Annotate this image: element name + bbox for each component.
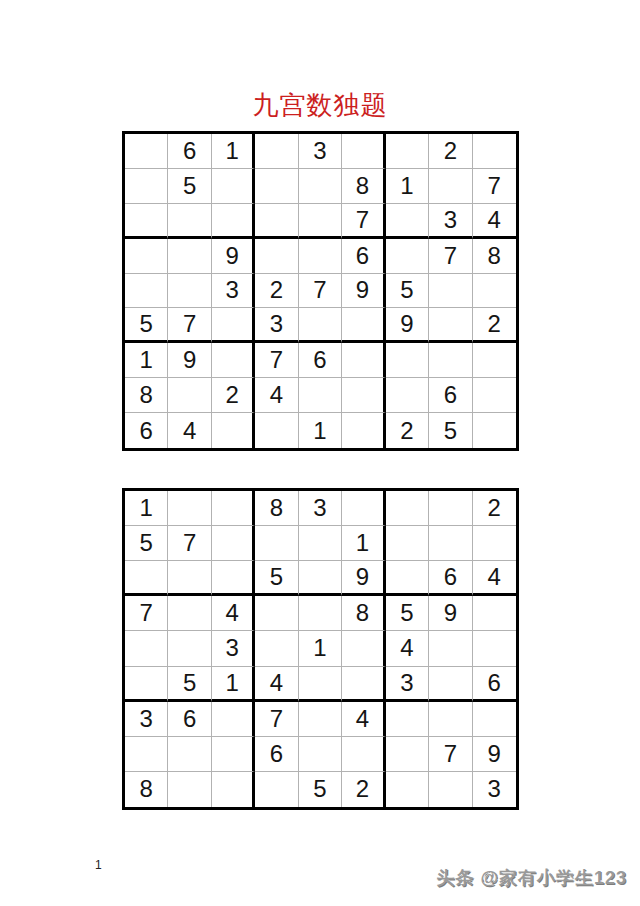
g2-cell-r1c1[interactable]: 1 — [125, 491, 168, 526]
g2-cell-r4c6[interactable]: 8 — [342, 596, 385, 631]
watermark: 头条 @家有小学生123 — [436, 866, 627, 890]
g2-cell-r7c2[interactable]: 6 — [168, 702, 211, 737]
g2-cell-r4c3[interactable]: 4 — [212, 596, 255, 631]
g2-cell-r4c8[interactable]: 9 — [429, 596, 472, 631]
g1-cell-r8c8[interactable]: 6 — [429, 378, 472, 413]
g2-cell-r8c9[interactable]: 9 — [473, 737, 516, 772]
g1-cell-r4c5[interactable] — [299, 239, 342, 274]
g2-cell-r5c9[interactable] — [473, 631, 516, 666]
g2-cell-r5c8[interactable] — [429, 631, 472, 666]
g1-cell-r4c9[interactable]: 8 — [473, 239, 516, 274]
g2-cell-r2c9[interactable] — [473, 526, 516, 561]
g2-cell-r2c7[interactable] — [386, 526, 429, 561]
g2-cell-r5c2[interactable] — [168, 631, 211, 666]
g1-cell-r9c5[interactable]: 1 — [299, 413, 342, 448]
g1-cell-r1c3[interactable]: 1 — [212, 134, 255, 169]
g2-cell-r8c2[interactable] — [168, 737, 211, 772]
g2-cell-r3c6[interactable]: 9 — [342, 561, 385, 596]
g2-cell-r1c8[interactable] — [429, 491, 472, 526]
g2-cell-r7c8[interactable] — [429, 702, 472, 737]
g1-cell-r5c5[interactable]: 7 — [299, 274, 342, 309]
g1-cell-r4c7[interactable] — [386, 239, 429, 274]
g2-cell-r1c7[interactable] — [386, 491, 429, 526]
g1-cell-r9c8[interactable]: 5 — [429, 413, 472, 448]
g1-cell-r3c7[interactable] — [386, 204, 429, 239]
g1-cell-r8c1[interactable]: 8 — [125, 378, 168, 413]
sudoku-grid-2: 18325715964748593145143636746798523 — [122, 488, 519, 810]
g2-cell-r1c3[interactable] — [212, 491, 255, 526]
g1-cell-r2c1[interactable] — [125, 169, 168, 204]
g2-cell-r3c5[interactable] — [299, 561, 342, 596]
g2-cell-r4c2[interactable] — [168, 596, 211, 631]
g2-cell-r6c7[interactable]: 3 — [386, 667, 429, 702]
g2-cell-r9c9[interactable]: 3 — [473, 772, 516, 807]
g2-cell-r2c3[interactable] — [212, 526, 255, 561]
g1-cell-r8c9[interactable] — [473, 378, 516, 413]
g1-cell-r8c3[interactable]: 2 — [212, 378, 255, 413]
g1-cell-r5c7[interactable]: 5 — [386, 274, 429, 309]
g1-cell-r9c3[interactable] — [212, 413, 255, 448]
g2-cell-r9c7[interactable] — [386, 772, 429, 807]
g2-cell-r8c1[interactable] — [125, 737, 168, 772]
g2-cell-r2c6[interactable]: 1 — [342, 526, 385, 561]
g1-cell-r8c2[interactable] — [168, 378, 211, 413]
g2-cell-r4c4[interactable] — [255, 596, 298, 631]
g2-cell-r5c4[interactable] — [255, 631, 298, 666]
g2-cell-r3c3[interactable] — [212, 561, 255, 596]
g2-cell-r7c9[interactable] — [473, 702, 516, 737]
g1-cell-r9c6[interactable] — [342, 413, 385, 448]
g2-cell-r6c2[interactable]: 5 — [168, 667, 211, 702]
g1-cell-r5c9[interactable] — [473, 274, 516, 309]
g2-cell-r5c1[interactable] — [125, 631, 168, 666]
g1-cell-r5c3[interactable]: 3 — [212, 274, 255, 309]
g1-cell-r2c2[interactable]: 5 — [168, 169, 211, 204]
g1-cell-r1c4[interactable] — [255, 134, 298, 169]
g1-cell-r7c6[interactable] — [342, 343, 385, 378]
g1-cell-r1c2[interactable]: 6 — [168, 134, 211, 169]
g1-cell-r9c9[interactable] — [473, 413, 516, 448]
g1-cell-r2c8[interactable] — [429, 169, 472, 204]
g1-cell-r6c1[interactable]: 5 — [125, 308, 168, 343]
g2-cell-r3c8[interactable]: 6 — [429, 561, 472, 596]
g1-cell-r6c6[interactable] — [342, 308, 385, 343]
g1-cell-r8c6[interactable] — [342, 378, 385, 413]
page-title: 九宫数独题 — [0, 88, 640, 123]
g2-cell-r1c9[interactable]: 2 — [473, 491, 516, 526]
sudoku-grid-1: 61325817734967832795573921976824664125 — [122, 131, 519, 451]
g2-cell-r5c7[interactable]: 4 — [386, 631, 429, 666]
g2-cell-r3c1[interactable] — [125, 561, 168, 596]
g1-cell-r9c4[interactable] — [255, 413, 298, 448]
g1-cell-r7c4[interactable]: 7 — [255, 343, 298, 378]
g2-cell-r6c5[interactable] — [299, 667, 342, 702]
g1-cell-r6c8[interactable] — [429, 308, 472, 343]
g2-cell-r6c1[interactable] — [125, 667, 168, 702]
g1-cell-r3c8[interactable]: 3 — [429, 204, 472, 239]
g1-cell-r4c1[interactable] — [125, 239, 168, 274]
g1-cell-r7c1[interactable]: 1 — [125, 343, 168, 378]
g2-cell-r9c6[interactable]: 2 — [342, 772, 385, 807]
g1-cell-r7c7[interactable] — [386, 343, 429, 378]
g1-cell-r5c1[interactable] — [125, 274, 168, 309]
g2-cell-r7c4[interactable]: 7 — [255, 702, 298, 737]
g1-cell-r4c6[interactable]: 6 — [342, 239, 385, 274]
g1-cell-r6c4[interactable]: 3 — [255, 308, 298, 343]
g1-cell-r4c2[interactable] — [168, 239, 211, 274]
g2-cell-r8c8[interactable]: 7 — [429, 737, 472, 772]
g2-cell-r9c5[interactable]: 5 — [299, 772, 342, 807]
g1-cell-r3c9[interactable]: 4 — [473, 204, 516, 239]
g1-cell-r3c2[interactable] — [168, 204, 211, 239]
g2-cell-r5c5[interactable]: 1 — [299, 631, 342, 666]
g2-cell-r9c3[interactable] — [212, 772, 255, 807]
g2-cell-r2c5[interactable] — [299, 526, 342, 561]
g2-cell-r5c6[interactable] — [342, 631, 385, 666]
g1-cell-r8c4[interactable]: 4 — [255, 378, 298, 413]
g1-cell-r2c5[interactable] — [299, 169, 342, 204]
g1-cell-r2c9[interactable]: 7 — [473, 169, 516, 204]
g1-cell-r4c3[interactable]: 9 — [212, 239, 255, 274]
g2-cell-r5c3[interactable]: 3 — [212, 631, 255, 666]
g2-cell-r8c6[interactable] — [342, 737, 385, 772]
g1-cell-r3c4[interactable] — [255, 204, 298, 239]
g1-cell-r3c6[interactable]: 7 — [342, 204, 385, 239]
g1-cell-r5c6[interactable]: 9 — [342, 274, 385, 309]
g1-cell-r3c5[interactable] — [299, 204, 342, 239]
g1-cell-r1c1[interactable] — [125, 134, 168, 169]
g1-cell-r5c2[interactable] — [168, 274, 211, 309]
g1-cell-r6c9[interactable]: 2 — [473, 308, 516, 343]
g1-cell-r2c6[interactable]: 8 — [342, 169, 385, 204]
g1-cell-r5c8[interactable] — [429, 274, 472, 309]
g2-cell-r6c4[interactable]: 4 — [255, 667, 298, 702]
g2-cell-r2c2[interactable]: 7 — [168, 526, 211, 561]
g2-cell-r3c7[interactable] — [386, 561, 429, 596]
g1-cell-r2c4[interactable] — [255, 169, 298, 204]
g2-cell-r7c3[interactable] — [212, 702, 255, 737]
g1-cell-r8c5[interactable] — [299, 378, 342, 413]
g2-cell-r6c8[interactable] — [429, 667, 472, 702]
g2-cell-r4c5[interactable] — [299, 596, 342, 631]
g1-cell-r6c5[interactable] — [299, 308, 342, 343]
g1-cell-r3c1[interactable] — [125, 204, 168, 239]
g2-cell-r1c2[interactable] — [168, 491, 211, 526]
g2-cell-r1c6[interactable] — [342, 491, 385, 526]
g2-cell-r9c1[interactable]: 8 — [125, 772, 168, 807]
g2-cell-r3c4[interactable]: 5 — [255, 561, 298, 596]
g1-cell-r3c3[interactable] — [212, 204, 255, 239]
g1-cell-r7c8[interactable] — [429, 343, 472, 378]
g2-cell-r2c8[interactable] — [429, 526, 472, 561]
g1-cell-r4c4[interactable] — [255, 239, 298, 274]
g1-cell-r6c7[interactable]: 9 — [386, 308, 429, 343]
g2-cell-r7c6[interactable]: 4 — [342, 702, 385, 737]
g2-cell-r9c8[interactable] — [429, 772, 472, 807]
g1-cell-r6c2[interactable]: 7 — [168, 308, 211, 343]
g2-cell-r4c1[interactable]: 7 — [125, 596, 168, 631]
g1-cell-r4c8[interactable]: 7 — [429, 239, 472, 274]
g2-cell-r7c7[interactable] — [386, 702, 429, 737]
g2-cell-r4c9[interactable] — [473, 596, 516, 631]
g2-cell-r8c4[interactable]: 6 — [255, 737, 298, 772]
g1-cell-r1c7[interactable] — [386, 134, 429, 169]
g1-cell-r1c8[interactable]: 2 — [429, 134, 472, 169]
g1-cell-r1c5[interactable]: 3 — [299, 134, 342, 169]
g1-cell-r7c3[interactable] — [212, 343, 255, 378]
g2-cell-r6c6[interactable] — [342, 667, 385, 702]
g1-cell-r5c4[interactable]: 2 — [255, 274, 298, 309]
g2-cell-r9c4[interactable] — [255, 772, 298, 807]
g2-cell-r4c7[interactable]: 5 — [386, 596, 429, 631]
g1-cell-r7c2[interactable]: 9 — [168, 343, 211, 378]
g2-cell-r8c3[interactable] — [212, 737, 255, 772]
g1-cell-r7c9[interactable] — [473, 343, 516, 378]
g1-cell-r2c3[interactable] — [212, 169, 255, 204]
g2-cell-r9c2[interactable] — [168, 772, 211, 807]
g2-cell-r7c5[interactable] — [299, 702, 342, 737]
g2-cell-r6c3[interactable]: 1 — [212, 667, 255, 702]
page-number: 1 — [95, 858, 102, 872]
g1-cell-r6c3[interactable] — [212, 308, 255, 343]
g2-cell-r6c9[interactable]: 6 — [473, 667, 516, 702]
g1-cell-r9c7[interactable]: 2 — [386, 413, 429, 448]
g2-cell-r8c5[interactable] — [299, 737, 342, 772]
g2-cell-r3c2[interactable] — [168, 561, 211, 596]
g1-cell-r1c9[interactable] — [473, 134, 516, 169]
g2-cell-r2c1[interactable]: 5 — [125, 526, 168, 561]
g1-cell-r7c5[interactable]: 6 — [299, 343, 342, 378]
g2-cell-r7c1[interactable]: 3 — [125, 702, 168, 737]
g1-cell-r2c7[interactable]: 1 — [386, 169, 429, 204]
g2-cell-r3c9[interactable]: 4 — [473, 561, 516, 596]
g2-cell-r2c4[interactable] — [255, 526, 298, 561]
g2-cell-r1c4[interactable]: 8 — [255, 491, 298, 526]
g2-cell-r1c5[interactable]: 3 — [299, 491, 342, 526]
g2-cell-r8c7[interactable] — [386, 737, 429, 772]
g1-cell-r9c1[interactable]: 6 — [125, 413, 168, 448]
g1-cell-r9c2[interactable]: 4 — [168, 413, 211, 448]
g1-cell-r8c7[interactable] — [386, 378, 429, 413]
g1-cell-r1c6[interactable] — [342, 134, 385, 169]
